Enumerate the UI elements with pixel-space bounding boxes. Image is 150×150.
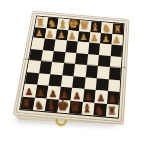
black-pawn[interactable]: ♟ <box>25 87 33 96</box>
white-bishop[interactable]: ♝ <box>58 19 67 30</box>
square-c6[interactable] <box>84 77 97 90</box>
white-rook[interactable]: ♜ <box>36 18 45 28</box>
square-d6[interactable] <box>72 76 85 89</box>
black-rook[interactable]: ♜ <box>22 99 32 110</box>
white-bishop[interactable]: ♝ <box>91 22 100 33</box>
white-pawn[interactable]: ♟ <box>68 32 76 41</box>
square-a8[interactable]: ♜ <box>106 103 119 117</box>
square-b7[interactable]: ♟ <box>95 90 108 104</box>
black-knight[interactable]: ♞ <box>34 99 44 110</box>
square-d5[interactable] <box>74 64 87 77</box>
black-bishop[interactable]: ♝ <box>46 100 56 112</box>
black-rook[interactable]: ♜ <box>107 106 117 117</box>
chess-box-photo: ♜♞♝♚♛♝♞♜♟♟♟♟♟♟♟♟♟♟♟♟♟♟♟♟♜♞♝♚♛♝♞♜ <box>0 0 150 150</box>
square-h4[interactable] <box>29 49 42 61</box>
square-a4[interactable] <box>109 56 121 68</box>
white-knight[interactable]: ♞ <box>102 23 111 33</box>
black-queen[interactable]: ♛ <box>69 100 81 113</box>
white-knight[interactable]: ♞ <box>47 18 56 28</box>
square-d8[interactable]: ♛ <box>69 100 83 114</box>
black-knight[interactable]: ♞ <box>95 105 105 116</box>
black-pawn[interactable]: ♟ <box>37 88 45 97</box>
square-b1[interactable]: ♞ <box>101 22 113 33</box>
black-pawn[interactable]: ♟ <box>96 94 104 103</box>
square-a2[interactable]: ♟ <box>111 34 123 46</box>
white-pawn[interactable]: ♟ <box>35 29 43 38</box>
white-pawn[interactable]: ♟ <box>46 30 54 39</box>
white-king[interactable]: ♚ <box>68 17 80 30</box>
square-h6[interactable] <box>25 72 39 85</box>
square-a7[interactable]: ♟ <box>107 91 120 105</box>
square-b2[interactable]: ♟ <box>100 33 112 45</box>
white-pawn[interactable]: ♟ <box>102 35 110 44</box>
square-f5[interactable] <box>50 62 63 75</box>
black-king[interactable]: ♚ <box>57 98 70 112</box>
white-pawn[interactable]: ♟ <box>113 36 121 45</box>
square-b4[interactable] <box>98 55 110 67</box>
black-bishop[interactable]: ♝ <box>82 103 92 115</box>
square-a1[interactable]: ♜ <box>112 23 124 34</box>
chess-box-top: ♜♞♝♚♛♝♞♜♟♟♟♟♟♟♟♟♟♟♟♟♟♟♟♟♜♞♝♚♛♝♞♜ <box>13 11 130 125</box>
square-b3[interactable] <box>99 43 111 55</box>
white-pawn[interactable]: ♟ <box>79 33 87 42</box>
square-a6[interactable] <box>108 79 121 92</box>
square-a5[interactable] <box>108 67 120 80</box>
square-b6[interactable] <box>96 78 109 91</box>
black-pawn[interactable]: ♟ <box>108 95 116 104</box>
black-pawn[interactable]: ♟ <box>84 92 92 101</box>
square-h7[interactable]: ♟ <box>23 84 37 97</box>
square-f6[interactable] <box>49 74 62 87</box>
white-rook[interactable]: ♜ <box>113 25 122 35</box>
square-b8[interactable]: ♞ <box>93 102 106 116</box>
white-queen[interactable]: ♛ <box>79 19 90 31</box>
square-g7[interactable]: ♟ <box>35 85 49 98</box>
square-d1[interactable]: ♛ <box>79 20 91 31</box>
square-b5[interactable] <box>97 66 110 79</box>
chess-board: ♜♞♝♚♛♝♞♜♟♟♟♟♟♟♟♟♟♟♟♟♟♟♟♟♜♞♝♚♛♝♞♜ <box>19 15 124 118</box>
white-pawn[interactable]: ♟ <box>57 31 65 40</box>
white-pawn[interactable]: ♟ <box>91 34 99 43</box>
